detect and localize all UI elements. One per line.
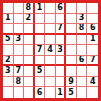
cell-r1c2[interactable] [14,3,25,14]
cell-r1c7[interactable] [66,3,77,14]
cell-r4c1[interactable]: 5 [3,35,14,46]
cell-r6c2[interactable] [14,56,25,67]
cell-r9c4[interactable]: 6 [35,87,46,98]
cell-r2c7[interactable] [66,14,77,25]
cell-r6c3[interactable] [24,56,35,67]
cell-r4c9[interactable]: 1 [87,35,98,46]
cell-r3c5[interactable] [45,24,56,35]
cell-r1c1[interactable] [3,3,14,14]
cell-r9c9[interactable] [87,87,98,98]
cell-r4c4[interactable] [35,35,46,46]
cell-r7c1[interactable]: 3 [3,66,14,77]
cell-r9c1[interactable] [3,87,14,98]
cell-r3c1[interactable] [3,24,14,35]
cell-r3c8[interactable]: 8 [77,24,88,35]
cell-r7c7[interactable] [66,66,77,77]
cell-r3c9[interactable]: 6 [87,24,98,35]
cell-r7c9[interactable] [87,66,98,77]
cell-r3c6[interactable]: 7 [56,24,67,35]
cell-r1c9[interactable] [87,3,98,14]
cell-r5c7[interactable] [66,45,77,56]
cell-r8c7[interactable]: 9 [66,77,77,88]
cell-r8c8[interactable] [77,77,88,88]
cell-r9c2[interactable] [14,87,25,98]
cell-r5c9[interactable] [87,45,98,56]
cell-r8c6[interactable] [56,77,67,88]
cell-r8c4[interactable] [35,77,46,88]
cell-r7c6[interactable] [56,66,67,77]
cell-r4c7[interactable] [66,35,77,46]
cell-r6c5[interactable] [45,56,56,67]
cell-r2c6[interactable] [56,14,67,25]
cell-r9c6[interactable]: 1 [56,87,67,98]
cell-r4c2[interactable]: 3 [14,35,25,46]
cell-r6c6[interactable] [56,56,67,67]
cell-r5c3[interactable] [24,45,35,56]
cell-r4c5[interactable] [45,35,56,46]
cell-r8c2[interactable]: 8 [14,77,25,88]
cell-r4c3[interactable] [24,35,35,46]
cell-r5c2[interactable] [14,45,25,56]
cell-r6c9[interactable]: 7 [87,56,98,67]
cell-r9c7[interactable]: 5 [66,87,77,98]
cell-r7c2[interactable]: 7 [14,66,25,77]
cell-r3c7[interactable] [66,24,77,35]
cell-r2c4[interactable] [35,14,46,25]
cell-r1c6[interactable]: 6 [56,3,67,14]
cell-r5c5[interactable]: 4 [45,45,56,56]
cell-r5c4[interactable]: 7 [35,45,46,56]
cell-r8c5[interactable] [45,77,56,88]
cell-r2c9[interactable] [87,14,98,25]
cell-r1c5[interactable] [45,3,56,14]
cell-r3c2[interactable] [14,24,25,35]
cell-r4c6[interactable] [56,35,67,46]
cell-r4c8[interactable] [77,35,88,46]
cell-r1c4[interactable]: 1 [35,3,46,14]
cell-r8c1[interactable] [3,77,14,88]
cell-r2c3[interactable]: 2 [24,14,35,25]
cell-r7c5[interactable] [45,66,56,77]
cell-r5c6[interactable]: 3 [56,45,67,56]
cell-r9c3[interactable] [24,87,35,98]
cell-r2c2[interactable] [14,14,25,25]
cell-r6c7[interactable] [66,56,77,67]
cell-r6c4[interactable] [35,56,46,67]
cell-r2c8[interactable]: 3 [77,14,88,25]
cell-r1c3[interactable]: 8 [24,3,35,14]
cell-r7c4[interactable]: 5 [35,66,46,77]
sudoku-board: 816123786531743267375894615 [0,0,101,101]
cell-r6c1[interactable]: 2 [3,56,14,67]
cell-r7c3[interactable] [24,66,35,77]
cell-r5c8[interactable] [77,45,88,56]
cell-r3c4[interactable] [35,24,46,35]
cell-r8c3[interactable] [24,77,35,88]
cell-r1c8[interactable] [77,3,88,14]
cell-r9c8[interactable] [77,87,88,98]
cell-r2c1[interactable]: 1 [3,14,14,25]
cell-r5c1[interactable] [3,45,14,56]
cell-r7c8[interactable] [77,66,88,77]
cell-r8c9[interactable]: 4 [87,77,98,88]
cell-r3c3[interactable] [24,24,35,35]
cell-r2c5[interactable] [45,14,56,25]
cell-r6c8[interactable]: 6 [77,56,88,67]
cell-r9c5[interactable] [45,87,56,98]
